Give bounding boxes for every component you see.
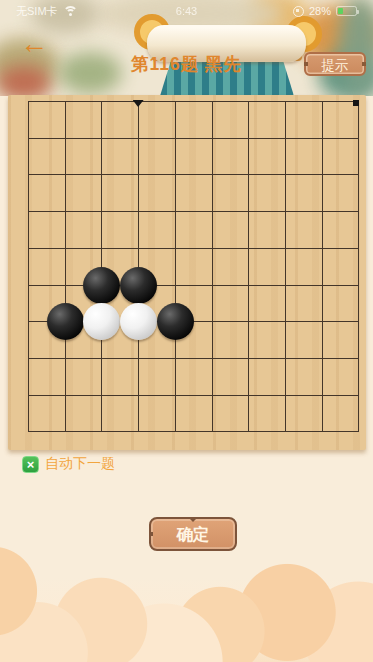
edge-triangle-marker xyxy=(133,100,144,107)
grid-line xyxy=(28,174,359,175)
grid-line xyxy=(175,101,176,432)
grid-line xyxy=(285,101,286,432)
grid-line xyxy=(358,101,359,432)
confirm-button[interactable]: 确定 xyxy=(149,517,237,551)
grid-line xyxy=(28,395,359,396)
auto-next-checkbox[interactable]: × xyxy=(22,456,39,473)
rotation-lock-icon xyxy=(293,6,304,17)
grid-line xyxy=(212,101,213,432)
battery-percent-label: 28% xyxy=(309,5,331,17)
back-button[interactable]: ← xyxy=(20,30,48,58)
black-stone xyxy=(157,303,194,340)
black-stone xyxy=(120,267,157,304)
carrier-label: 无SIM卡 xyxy=(16,4,58,19)
grid-line xyxy=(28,101,29,432)
app-screen: 无SIM卡 6:43 28% ← 第116题 黑先 提示 × 自动下一题 确定 xyxy=(0,0,373,662)
battery-icon xyxy=(336,6,357,16)
black-stone xyxy=(47,303,84,340)
status-bar: 无SIM卡 6:43 28% xyxy=(0,0,373,22)
white-stone xyxy=(83,303,120,340)
grid-line xyxy=(28,138,359,139)
checkbox-x-icon: × xyxy=(27,458,35,471)
board-grid xyxy=(28,101,359,432)
grid-line xyxy=(28,285,359,286)
hint-button[interactable]: 提示 xyxy=(304,52,366,76)
grid-line xyxy=(28,248,359,249)
wifi-icon xyxy=(63,6,78,17)
clouds-decoration xyxy=(0,544,373,662)
auto-next-row: × 自动下一题 xyxy=(22,455,115,473)
auto-next-label: 自动下一题 xyxy=(45,455,115,473)
grid-line xyxy=(322,101,323,432)
grid-line xyxy=(28,211,359,212)
grid-line xyxy=(28,431,359,432)
black-stone xyxy=(83,267,120,304)
grid-line xyxy=(248,101,249,432)
grid-line xyxy=(28,101,359,102)
go-board[interactable] xyxy=(8,95,366,450)
white-stone xyxy=(120,303,157,340)
grid-line xyxy=(28,358,359,359)
grid-line xyxy=(65,101,66,432)
corner-square-marker xyxy=(353,100,359,106)
